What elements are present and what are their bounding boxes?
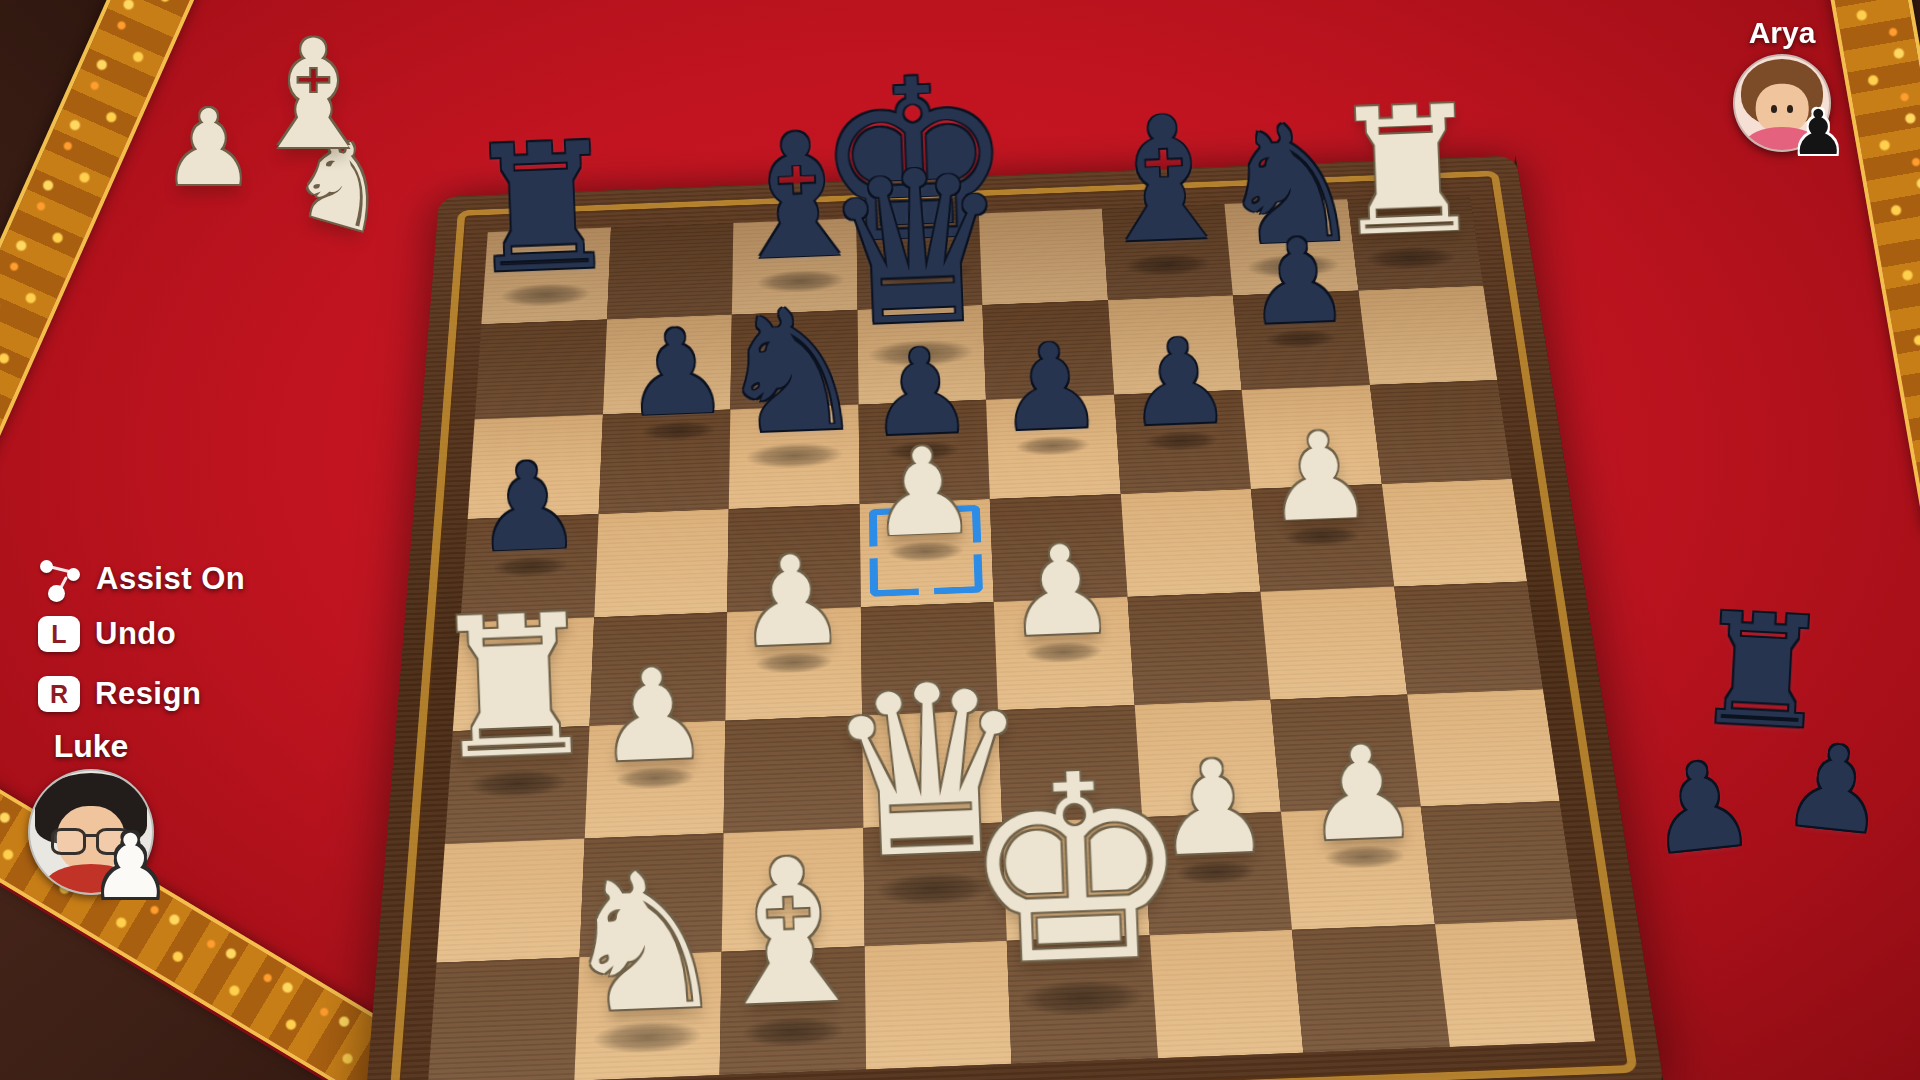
undo-button[interactable]: L Undo: [38, 616, 176, 652]
captured-black-pawn: ♟: [1642, 743, 1760, 871]
undo-label: Undo: [95, 616, 176, 652]
board-frame: [362, 156, 1665, 1080]
assist-icon: [38, 554, 84, 604]
captured-white-pawn: ♟: [162, 96, 255, 200]
resign-button[interactable]: R Resign: [38, 676, 201, 712]
resign-label: Resign: [95, 676, 201, 712]
assist-indicator[interactable]: Assist On: [38, 554, 245, 604]
r-button-icon: R: [38, 676, 80, 712]
l-button-icon: L: [38, 616, 80, 652]
captured-white-bishop: ♝: [246, 20, 380, 170]
white-side-pawn-icon: ♟: [91, 823, 170, 911]
game-screen: ♜♝♚♝♞♜♛♟♟♞♟♟♟♟♟♟♟♟♜♟♛♟♟♞♝♚ ♟♝♞ ♜♟♟ Assis…: [0, 0, 1920, 1080]
assist-label: Assist On: [96, 561, 245, 597]
black-side-pawn-icon: ♟: [1790, 102, 1846, 164]
player-name-luke: Luke: [16, 728, 166, 765]
player-name-arya: Arya: [1712, 16, 1852, 50]
player-panel-arya: Arya ♟: [1712, 16, 1852, 152]
captured-black-pawn: ♟: [1778, 727, 1892, 851]
player-panel-luke: Luke ♟: [16, 728, 166, 895]
chess-board-3d: ♜♝♚♝♞♜♛♟♟♞♟♟♟♟♟♟♟♟♜♟♛♟♟♞♝♚: [362, 156, 1665, 1080]
